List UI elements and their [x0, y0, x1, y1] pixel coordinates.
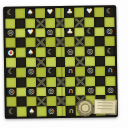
- board-square: [36, 77, 46, 87]
- paper-tag: [93, 99, 117, 115]
- tag-text-line: [98, 105, 113, 107]
- board-square: [75, 27, 85, 37]
- board-square: [16, 38, 26, 48]
- piece-glyph-icon: ♣: [67, 29, 73, 36]
- board-square: [76, 76, 86, 86]
- piece-glyph-icon: ☾: [9, 108, 15, 115]
- board-square: [65, 18, 75, 28]
- board-square: ∩: [105, 66, 115, 76]
- board-square: ☾: [104, 7, 114, 17]
- board-square: [75, 37, 85, 47]
- piece-glyph-icon: ☾: [7, 10, 13, 17]
- board-square: [46, 96, 56, 106]
- board-square: [25, 38, 35, 48]
- board-square: [66, 76, 76, 86]
- board-square: [56, 86, 66, 96]
- board-square: [35, 38, 45, 48]
- board-square: [105, 56, 115, 66]
- board-square: [35, 18, 45, 28]
- board-square: [105, 37, 115, 47]
- board-square: [75, 17, 85, 27]
- board-square: [36, 67, 46, 77]
- board-square: [95, 47, 105, 57]
- board-square: [56, 77, 66, 87]
- board-square: [85, 57, 95, 67]
- piece-glyph-icon: ◎: [88, 87, 94, 94]
- tag-text-line: [98, 108, 113, 110]
- board-square: ◎: [85, 47, 95, 57]
- board-square: [5, 19, 15, 29]
- board-square: [95, 27, 105, 37]
- board-square: [104, 17, 114, 27]
- board-square: ♥: [25, 28, 35, 38]
- board-square: [65, 37, 75, 47]
- piece-glyph-icon: ☾: [107, 48, 113, 55]
- board-square: [85, 17, 95, 27]
- board-square: [85, 37, 95, 47]
- board-square: [16, 58, 26, 68]
- piece-glyph-icon: ◎: [28, 69, 34, 76]
- board-square: [17, 107, 27, 117]
- board-square: ♣: [65, 8, 75, 18]
- board-square: [56, 96, 66, 106]
- board-square: [15, 18, 25, 28]
- board-square: ☾: [105, 46, 115, 56]
- board-square: [35, 8, 45, 18]
- board-square: [16, 77, 26, 87]
- piece-glyph-icon: ☾: [48, 68, 54, 75]
- board-square: [26, 77, 36, 87]
- piece-glyph-icon: ♥: [47, 10, 53, 17]
- board-square: [66, 96, 76, 106]
- piece-glyph-icon: ◎: [107, 87, 113, 94]
- piece-glyph-icon: ◎: [48, 108, 54, 115]
- board-square: ∩: [66, 67, 76, 77]
- board-square: [105, 76, 115, 86]
- board-square: [15, 28, 25, 38]
- board-square: ♥: [45, 8, 55, 18]
- board-square: [26, 97, 36, 107]
- board-square: [65, 57, 75, 67]
- board-square: [55, 18, 65, 28]
- board-square: [95, 76, 105, 86]
- board-square: ◎: [105, 86, 115, 96]
- piece-glyph-icon: ◎: [67, 48, 73, 55]
- board-square: ●: [6, 48, 16, 58]
- piece-glyph-icon: ◎: [106, 28, 112, 35]
- board-square: ☾: [5, 9, 15, 19]
- board-square: [95, 66, 105, 76]
- board-square: [45, 38, 55, 48]
- board-square: [7, 97, 17, 107]
- board-square: [36, 57, 46, 67]
- piece-glyph-icon: ◎: [87, 68, 93, 75]
- piece-glyph-icon: ◎: [48, 88, 54, 95]
- board-square: [94, 17, 104, 27]
- board-square: [55, 57, 65, 67]
- board-square: [75, 57, 85, 67]
- piece-glyph-icon: ♥: [86, 9, 92, 16]
- piece-glyph-icon: ♠: [27, 10, 33, 17]
- board-square: ◎: [46, 106, 56, 116]
- board-square: ♠: [25, 8, 35, 18]
- board-square: [25, 18, 35, 28]
- board-square: [16, 97, 26, 107]
- piece-glyph-icon: ☾: [47, 49, 53, 56]
- piece-glyph-icon: ◎: [7, 30, 13, 37]
- board-square: [15, 9, 25, 19]
- piece-glyph-icon: ♥: [27, 29, 33, 36]
- piece-glyph-icon: ∩: [68, 68, 73, 75]
- board-square: [94, 7, 104, 17]
- red-dot-icon: [9, 51, 12, 54]
- sticker-emblem-icon: [81, 104, 90, 113]
- piece-glyph-icon: ∩: [68, 88, 73, 95]
- piece-glyph-icon: ◎: [28, 88, 34, 95]
- board-square: ◎: [45, 28, 55, 38]
- board-square: ◎: [65, 47, 75, 57]
- board-square: ◎: [6, 87, 16, 97]
- piece-glyph-icon: ◎: [47, 29, 53, 36]
- board-square: ☾: [46, 67, 56, 77]
- board-square: [46, 57, 56, 67]
- board-square: ◎: [46, 87, 56, 97]
- piece-glyph-icon: ◎: [87, 48, 93, 55]
- board-square: [75, 47, 85, 57]
- board-square: [6, 77, 16, 87]
- board-square: [16, 67, 26, 77]
- board-square: [75, 8, 85, 18]
- board-square: ◎: [26, 87, 36, 97]
- board-square: [35, 28, 45, 38]
- board-square: [56, 106, 66, 116]
- board-square: ∩: [66, 86, 76, 96]
- board-square: [76, 86, 86, 96]
- board-square: [6, 58, 16, 68]
- board-square: [6, 38, 16, 48]
- board-square: ◎: [85, 66, 95, 76]
- piece-glyph-icon: ☾: [106, 9, 112, 16]
- board-square: ☾: [7, 107, 17, 117]
- board-square: [16, 48, 26, 58]
- piece-glyph-icon: ◎: [8, 89, 14, 96]
- piece-glyph-icon: ♠: [28, 108, 34, 115]
- board-square: [46, 77, 56, 87]
- piece-glyph-icon: ☾: [8, 69, 14, 76]
- piece-glyph-icon: ∩: [69, 107, 74, 114]
- board-square: ◎: [5, 28, 15, 38]
- piece-glyph-icon: ☾: [87, 29, 93, 36]
- board-square: [36, 97, 46, 107]
- board-square: ♠: [26, 48, 36, 58]
- piece-glyph-icon: ∩: [108, 67, 113, 74]
- product-photo: ☾♠♥♣♥☾◎♥◎♣☾◎●♠☾◎◎☾☾◎☾∩◎∩◎◎◎∩◎◎☾♠◎∩◎∩: [0, 0, 128, 128]
- bandana-board: ☾♠♥♣♥☾◎♥◎♣☾◎●♠☾◎◎☾☾◎☾∩◎∩◎◎◎∩◎◎☾♠◎∩◎∩: [3, 5, 118, 119]
- board-square: [55, 8, 65, 18]
- board-square: [95, 56, 105, 66]
- board-square: ☾: [45, 47, 55, 57]
- board-square: ☾: [85, 27, 95, 37]
- board-square: [75, 67, 85, 77]
- board-square: ◎: [105, 27, 115, 37]
- piece-glyph-icon: ♣: [66, 9, 72, 16]
- board-square: [45, 18, 55, 28]
- board-square: [16, 87, 26, 97]
- board-square: ☾: [6, 68, 16, 78]
- board-square: ♣: [65, 27, 75, 37]
- board-square: [36, 106, 46, 116]
- board-square: [36, 87, 46, 97]
- board-square: ♠: [27, 107, 37, 117]
- tag-text-line: [98, 102, 113, 104]
- board-square: [35, 48, 45, 58]
- board-square: [26, 57, 36, 67]
- board-square: ◎: [26, 67, 36, 77]
- board-square: [85, 76, 95, 86]
- board-square: ∩: [66, 106, 76, 116]
- board-square: [56, 67, 66, 77]
- board-square: ♥: [84, 7, 94, 17]
- board-square: [55, 47, 65, 57]
- board-square: ◎: [86, 86, 96, 96]
- board-square: [95, 37, 105, 47]
- piece-glyph-icon: ♠: [27, 49, 33, 56]
- board-square: [55, 37, 65, 47]
- board-square: [96, 86, 106, 96]
- board-square: [55, 28, 65, 38]
